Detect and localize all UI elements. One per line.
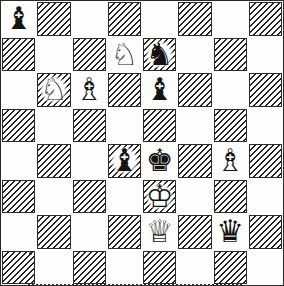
black-bishop-a8[interactable]: ♝ [2,2,35,35]
square-c2[interactable] [72,214,107,250]
square-h5[interactable] [248,108,283,144]
black-king-e4[interactable]: ♚ [143,144,176,177]
square-g5[interactable] [213,108,248,144]
square-e4[interactable]: ♚ [142,143,177,179]
square-g6[interactable] [213,72,248,108]
square-h7[interactable] [248,37,283,73]
square-d7[interactable]: ♘ [107,37,142,73]
square-h1[interactable] [248,250,283,286]
square-g4[interactable]: ♗ [213,143,248,179]
square-f3[interactable] [177,179,212,215]
square-h8[interactable] [248,1,283,37]
square-h2[interactable] [248,214,283,250]
square-h6[interactable] [248,72,283,108]
square-f1[interactable] [177,250,212,286]
print-artifact-ink-dot [29,252,32,255]
square-g8[interactable] [213,1,248,37]
square-d1[interactable] [107,250,142,286]
square-c4[interactable] [72,143,107,179]
white-bishop-g4[interactable]: ♗ [214,144,247,177]
square-d3[interactable] [107,179,142,215]
square-d8[interactable] [107,1,142,37]
square-b8[interactable] [36,1,71,37]
white-knight-d7[interactable]: ♘ [108,38,141,71]
square-b2[interactable] [36,214,71,250]
square-c3[interactable] [72,179,107,215]
black-queen-g2[interactable]: ♛ [214,215,247,248]
white-bishop-c6[interactable]: ♗ [73,73,106,106]
square-f4[interactable] [177,143,212,179]
black-knight-e7[interactable]: ♞ [143,38,176,71]
square-e1[interactable] [142,250,177,286]
white-queen-e2[interactable]: ♕ [143,215,176,248]
square-a8[interactable]: ♝ [1,1,36,37]
square-b5[interactable] [36,108,71,144]
square-d5[interactable] [107,108,142,144]
square-a3[interactable] [1,179,36,215]
square-h3[interactable] [248,179,283,215]
square-f5[interactable] [177,108,212,144]
square-g1[interactable] [213,250,248,286]
square-e3[interactable]: ♔ [142,179,177,215]
square-e2[interactable]: ♕ [142,214,177,250]
square-b7[interactable] [36,37,71,73]
square-d4[interactable]: ♝ [107,143,142,179]
square-h4[interactable] [248,143,283,179]
square-g2[interactable]: ♛ [213,214,248,250]
square-f8[interactable] [177,1,212,37]
square-c5[interactable] [72,108,107,144]
square-a6[interactable] [1,72,36,108]
white-knight-b6[interactable]: ♘ [37,73,70,106]
square-a4[interactable] [1,143,36,179]
square-c7[interactable] [72,37,107,73]
black-bishop-d4[interactable]: ♝ [108,144,141,177]
square-c6[interactable]: ♗ [72,72,107,108]
white-king-e3[interactable]: ♔ [143,180,176,213]
square-g7[interactable] [213,37,248,73]
square-d6[interactable] [107,72,142,108]
black-bishop-e6[interactable]: ♝ [143,73,176,106]
chess-board: ♝♘♞♘♗♝♝♚♗♔♕♛ [0,0,284,286]
square-a5[interactable] [1,108,36,144]
square-f2[interactable] [177,214,212,250]
square-b6[interactable]: ♘ [36,72,71,108]
square-b4[interactable] [36,143,71,179]
square-e7[interactable]: ♞ [142,37,177,73]
square-f6[interactable] [177,72,212,108]
square-a2[interactable] [1,214,36,250]
square-a7[interactable] [1,37,36,73]
square-c1[interactable] [72,250,107,286]
square-b1[interactable] [36,250,71,286]
square-e5[interactable] [142,108,177,144]
square-c8[interactable] [72,1,107,37]
square-b3[interactable] [36,179,71,215]
square-f7[interactable] [177,37,212,73]
square-d2[interactable] [107,214,142,250]
square-e8[interactable] [142,1,177,37]
chess-diagram: ♝♘♞♘♗♝♝♚♗♔♕♛ [0,0,284,286]
square-e6[interactable]: ♝ [142,72,177,108]
square-g3[interactable] [213,179,248,215]
